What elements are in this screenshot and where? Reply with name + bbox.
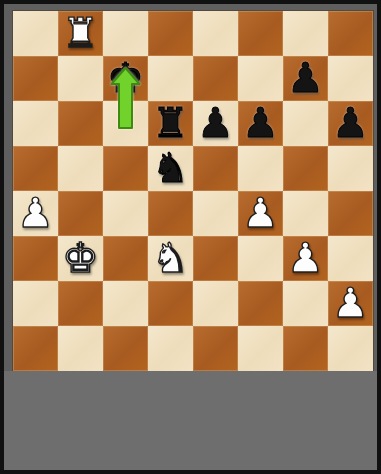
white-pawn-f4: ♟	[238, 191, 283, 236]
square-a5	[13, 146, 58, 191]
square-f2	[238, 281, 283, 326]
square-a3	[13, 236, 58, 281]
white-pawn-h2: ♟	[328, 281, 373, 326]
square-c7: ♚	[103, 56, 148, 101]
square-c1	[103, 326, 148, 371]
square-b6	[58, 101, 103, 146]
square-e1	[193, 326, 238, 371]
square-a2	[13, 281, 58, 326]
square-g4	[283, 191, 328, 236]
square-d7	[148, 56, 193, 101]
square-b1	[58, 326, 103, 371]
square-b2	[58, 281, 103, 326]
square-g7: ♟	[283, 56, 328, 101]
square-a7	[13, 56, 58, 101]
square-a4: ♟	[13, 191, 58, 236]
square-b5	[58, 146, 103, 191]
square-h5	[328, 146, 373, 191]
square-a6	[13, 101, 58, 146]
square-d8	[148, 11, 193, 56]
square-c5	[103, 146, 148, 191]
black-pawn-h6: ♟	[328, 101, 373, 146]
black-knight-d5: ♞	[148, 146, 193, 191]
square-c3	[103, 236, 148, 281]
square-e2	[193, 281, 238, 326]
square-h1	[328, 326, 373, 371]
square-f7	[238, 56, 283, 101]
square-d6: ♜	[148, 101, 193, 146]
square-g1	[283, 326, 328, 371]
square-f3	[238, 236, 283, 281]
chess-viewer-window: ♜♚♟♜♟♟♟♞♟♟♚♞♟♟	[0, 0, 381, 474]
square-g5	[283, 146, 328, 191]
square-g2	[283, 281, 328, 326]
square-f8	[238, 11, 283, 56]
white-pawn-g3: ♟	[283, 236, 328, 281]
square-f6: ♟	[238, 101, 283, 146]
square-c4	[103, 191, 148, 236]
square-e6: ♟	[193, 101, 238, 146]
square-h4	[328, 191, 373, 236]
square-b3: ♚	[58, 236, 103, 281]
square-h8	[328, 11, 373, 56]
white-rook-b8: ♜	[58, 11, 103, 56]
square-b4	[58, 191, 103, 236]
board-grid: ♜♚♟♜♟♟♟♞♟♟♚♞♟♟	[13, 11, 373, 371]
black-king-c7: ♚	[103, 56, 148, 101]
square-d3: ♞	[148, 236, 193, 281]
square-e7	[193, 56, 238, 101]
black-pawn-e6: ♟	[193, 101, 238, 146]
square-g3: ♟	[283, 236, 328, 281]
square-d2	[148, 281, 193, 326]
playback-controls	[4, 371, 377, 470]
square-h6: ♟	[328, 101, 373, 146]
square-a8	[13, 11, 58, 56]
square-f5	[238, 146, 283, 191]
square-e3	[193, 236, 238, 281]
white-king-b3: ♚	[58, 236, 103, 281]
square-d5: ♞	[148, 146, 193, 191]
viewer-background: ♜♚♟♜♟♟♟♞♟♟♚♞♟♟	[4, 4, 377, 470]
square-f1	[238, 326, 283, 371]
square-h3	[328, 236, 373, 281]
square-g6	[283, 101, 328, 146]
square-e4	[193, 191, 238, 236]
square-a1	[13, 326, 58, 371]
square-d4	[148, 191, 193, 236]
square-e8	[193, 11, 238, 56]
square-h7	[328, 56, 373, 101]
square-h2: ♟	[328, 281, 373, 326]
square-b7	[58, 56, 103, 101]
square-e5	[193, 146, 238, 191]
black-pawn-f6: ♟	[238, 101, 283, 146]
square-c2	[103, 281, 148, 326]
black-rook-d6: ♜	[148, 101, 193, 146]
chess-board: ♜♚♟♜♟♟♟♞♟♟♚♞♟♟	[13, 11, 373, 371]
square-d1	[148, 326, 193, 371]
square-c6	[103, 101, 148, 146]
square-f4: ♟	[238, 191, 283, 236]
square-c8	[103, 11, 148, 56]
black-pawn-g7: ♟	[283, 56, 328, 101]
white-knight-d3: ♞	[148, 236, 193, 281]
square-b8: ♜	[58, 11, 103, 56]
white-pawn-a4: ♟	[13, 191, 58, 236]
square-g8	[283, 11, 328, 56]
